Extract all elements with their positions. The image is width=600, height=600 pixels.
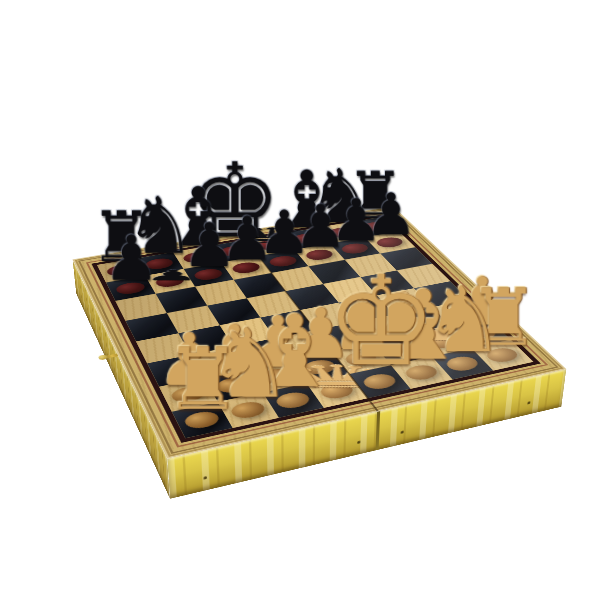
nail-hole	[357, 440, 360, 443]
black-pawn[interactable]: ♟	[104, 227, 160, 289]
white-rook[interactable]: ♜	[165, 336, 242, 422]
nail-hole	[527, 401, 530, 404]
black-pawn[interactable]: ♟	[182, 215, 237, 276]
nail-hole	[204, 476, 208, 480]
photo-background: Chess ♜♞♝♚♛♝♞♜♟♟♟♟♟♟♟♟♟♟♟♟♟♟♟♟♜♞♝♛♚♝♞♜	[0, 0, 600, 600]
chess-board: ♜♞♝♚♛♝♞♜♟♟♟♟♟♟♟♟♟♟♟♟♟♟♟♟♜♞♝♛♚♝♞♜	[72, 206, 566, 459]
white-king[interactable]: ♚	[326, 259, 437, 383]
square-a7[interactable]: ♟	[106, 276, 156, 301]
box-front-seam	[376, 411, 381, 451]
scene: ♜♞♝♚♛♝♞♜♟♟♟♟♟♟♟♟♟♟♟♟♟♟♟♟♜♞♝♛♚♝♞♜	[0, 0, 600, 600]
nail-hole	[400, 430, 403, 433]
square-a1[interactable]: ♜	[172, 402, 233, 438]
